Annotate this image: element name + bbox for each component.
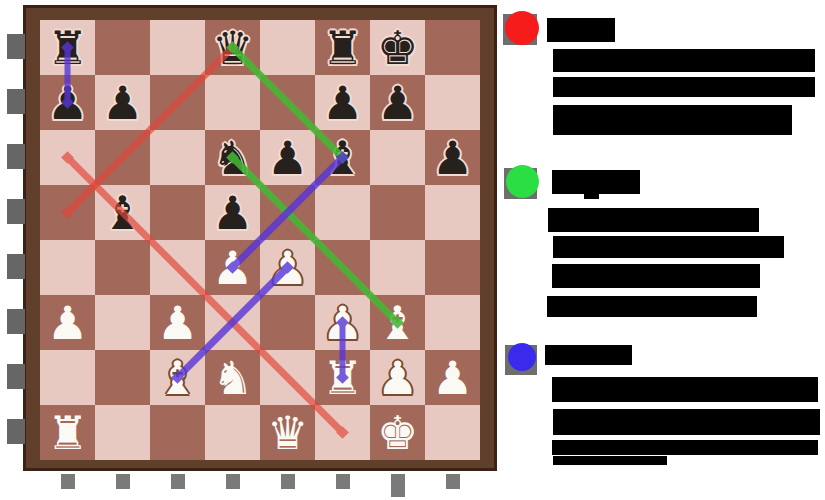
square-c3: ♟ bbox=[150, 295, 205, 350]
green-heading-descender-bar bbox=[584, 194, 599, 199]
square-e1: ♛ bbox=[260, 405, 315, 460]
green-text-redacted-bar bbox=[548, 208, 759, 232]
square-a2 bbox=[40, 350, 95, 405]
piece-black-pawn: ♟ bbox=[260, 130, 315, 185]
square-f2: ♜ bbox=[315, 350, 370, 405]
piece-black-rook: ♜ bbox=[40, 20, 95, 75]
square-d8: ♛ bbox=[205, 20, 260, 75]
piece-white-pawn: ♟ bbox=[150, 295, 205, 350]
square-c4 bbox=[150, 240, 205, 295]
file-label-redacted-h bbox=[446, 474, 460, 489]
square-e5 bbox=[260, 185, 315, 240]
square-e8 bbox=[260, 20, 315, 75]
red-dot-icon bbox=[505, 11, 539, 45]
file-label-redacted-c bbox=[171, 474, 185, 489]
square-d5: ♟ bbox=[205, 185, 260, 240]
piece-white-bishop: ♝ bbox=[370, 295, 425, 350]
square-b8 bbox=[95, 20, 150, 75]
file-label-redacted-g bbox=[391, 474, 405, 497]
square-b6 bbox=[95, 130, 150, 185]
square-h2: ♟ bbox=[425, 350, 480, 405]
red-text-redacted-bar bbox=[553, 105, 792, 135]
square-b7: ♟ bbox=[95, 75, 150, 130]
square-e4: ♟ bbox=[260, 240, 315, 295]
square-g6 bbox=[370, 130, 425, 185]
chess-annotation-screenshot: ♜♛♜♚♟♟♟♟♞♟♝♟♝♟♟♟♟♟♟♝♝♞♜♟♟♜♛♚ bbox=[0, 0, 825, 500]
green-text-redacted-bar bbox=[547, 296, 757, 317]
square-b1 bbox=[95, 405, 150, 460]
square-g8: ♚ bbox=[370, 20, 425, 75]
piece-black-pawn: ♟ bbox=[315, 75, 370, 130]
square-a7: ♟ bbox=[40, 75, 95, 130]
piece-black-knight: ♞ bbox=[205, 130, 260, 185]
piece-white-pawn: ♟ bbox=[40, 295, 95, 350]
file-label-redacted-b bbox=[116, 474, 130, 489]
rank-label-redacted-5 bbox=[7, 199, 25, 224]
square-a8: ♜ bbox=[40, 20, 95, 75]
blue-text-redacted-bar bbox=[552, 440, 818, 455]
square-a5 bbox=[40, 185, 95, 240]
square-b3 bbox=[95, 295, 150, 350]
piece-white-pawn: ♟ bbox=[260, 240, 315, 295]
square-a1: ♜ bbox=[40, 405, 95, 460]
square-c2: ♝ bbox=[150, 350, 205, 405]
square-f5 bbox=[315, 185, 370, 240]
square-d7 bbox=[205, 75, 260, 130]
square-f1 bbox=[315, 405, 370, 460]
rank-label-redacted-8 bbox=[7, 34, 25, 59]
square-g2: ♟ bbox=[370, 350, 425, 405]
square-d2: ♞ bbox=[205, 350, 260, 405]
piece-black-queen: ♛ bbox=[205, 20, 260, 75]
piece-black-pawn: ♟ bbox=[95, 75, 150, 130]
piece-black-bishop: ♝ bbox=[315, 130, 370, 185]
green-text-redacted-bar bbox=[553, 236, 784, 258]
square-g5 bbox=[370, 185, 425, 240]
piece-black-king: ♚ bbox=[370, 20, 425, 75]
square-f4 bbox=[315, 240, 370, 295]
square-c6 bbox=[150, 130, 205, 185]
rank-label-redacted-1 bbox=[7, 419, 25, 444]
file-label-redacted-f bbox=[336, 474, 350, 489]
blue-dot-icon bbox=[508, 343, 536, 371]
square-c5 bbox=[150, 185, 205, 240]
piece-black-bishop: ♝ bbox=[95, 185, 150, 240]
square-g3: ♝ bbox=[370, 295, 425, 350]
rank-label-redacted-6 bbox=[7, 144, 25, 169]
blue-heading-redacted-bar bbox=[545, 345, 632, 365]
square-a6 bbox=[40, 130, 95, 185]
square-e3 bbox=[260, 295, 315, 350]
piece-white-pawn: ♟ bbox=[315, 295, 370, 350]
red-text-redacted-bar bbox=[553, 49, 815, 72]
green-dot-icon bbox=[506, 165, 539, 198]
piece-white-pawn: ♟ bbox=[205, 240, 260, 295]
square-h5 bbox=[425, 185, 480, 240]
square-d1 bbox=[205, 405, 260, 460]
square-e6: ♟ bbox=[260, 130, 315, 185]
piece-white-rook: ♜ bbox=[40, 405, 95, 460]
square-h4 bbox=[425, 240, 480, 295]
blue-bullet-backdrop bbox=[505, 345, 537, 375]
square-h7 bbox=[425, 75, 480, 130]
green-bullet-backdrop bbox=[504, 168, 537, 199]
square-d4: ♟ bbox=[205, 240, 260, 295]
square-b4 bbox=[95, 240, 150, 295]
piece-black-pawn: ♟ bbox=[40, 75, 95, 130]
rank-label-redacted-4 bbox=[7, 254, 25, 279]
square-c7 bbox=[150, 75, 205, 130]
piece-white-queen: ♛ bbox=[260, 405, 315, 460]
square-b2 bbox=[95, 350, 150, 405]
blue-text-redacted-bar bbox=[552, 377, 818, 402]
piece-white-pawn: ♟ bbox=[425, 350, 480, 405]
square-c1 bbox=[150, 405, 205, 460]
square-g1: ♚ bbox=[370, 405, 425, 460]
piece-white-king: ♚ bbox=[370, 405, 425, 460]
square-h8 bbox=[425, 20, 480, 75]
blue-text-descender-bar bbox=[553, 456, 667, 465]
red-bullet-backdrop bbox=[503, 14, 537, 45]
square-b5: ♝ bbox=[95, 185, 150, 240]
piece-black-pawn: ♟ bbox=[425, 130, 480, 185]
piece-white-bishop: ♝ bbox=[150, 350, 205, 405]
square-a4 bbox=[40, 240, 95, 295]
square-f3: ♟ bbox=[315, 295, 370, 350]
rank-label-redacted-2 bbox=[7, 364, 25, 389]
file-label-redacted-d bbox=[226, 474, 240, 489]
green-heading-redacted-bar bbox=[552, 170, 640, 194]
piece-black-rook: ♜ bbox=[315, 20, 370, 75]
red-text-redacted-bar bbox=[553, 77, 815, 97]
square-d3 bbox=[205, 295, 260, 350]
green-text-redacted-bar bbox=[552, 264, 760, 288]
square-c8 bbox=[150, 20, 205, 75]
file-label-redacted-e bbox=[281, 474, 295, 489]
rank-label-redacted-3 bbox=[7, 309, 25, 334]
chess-board: ♜♛♜♚♟♟♟♟♞♟♝♟♝♟♟♟♟♟♟♝♝♞♜♟♟♜♛♚ bbox=[40, 20, 480, 460]
piece-white-rook: ♜ bbox=[315, 350, 370, 405]
square-h1 bbox=[425, 405, 480, 460]
red-heading-redacted-bar bbox=[547, 18, 615, 42]
file-label-redacted-a bbox=[61, 474, 75, 489]
rank-label-redacted-7 bbox=[7, 89, 25, 114]
square-g7: ♟ bbox=[370, 75, 425, 130]
square-f7: ♟ bbox=[315, 75, 370, 130]
blue-text-redacted-bar bbox=[553, 409, 820, 435]
piece-white-pawn: ♟ bbox=[370, 350, 425, 405]
square-h3 bbox=[425, 295, 480, 350]
square-g4 bbox=[370, 240, 425, 295]
square-a3: ♟ bbox=[40, 295, 95, 350]
piece-black-pawn: ♟ bbox=[205, 185, 260, 240]
square-h6: ♟ bbox=[425, 130, 480, 185]
square-f8: ♜ bbox=[315, 20, 370, 75]
square-e2 bbox=[260, 350, 315, 405]
square-d6: ♞ bbox=[205, 130, 260, 185]
piece-white-knight: ♞ bbox=[205, 350, 260, 405]
square-e7 bbox=[260, 75, 315, 130]
piece-black-pawn: ♟ bbox=[370, 75, 425, 130]
square-f6: ♝ bbox=[315, 130, 370, 185]
